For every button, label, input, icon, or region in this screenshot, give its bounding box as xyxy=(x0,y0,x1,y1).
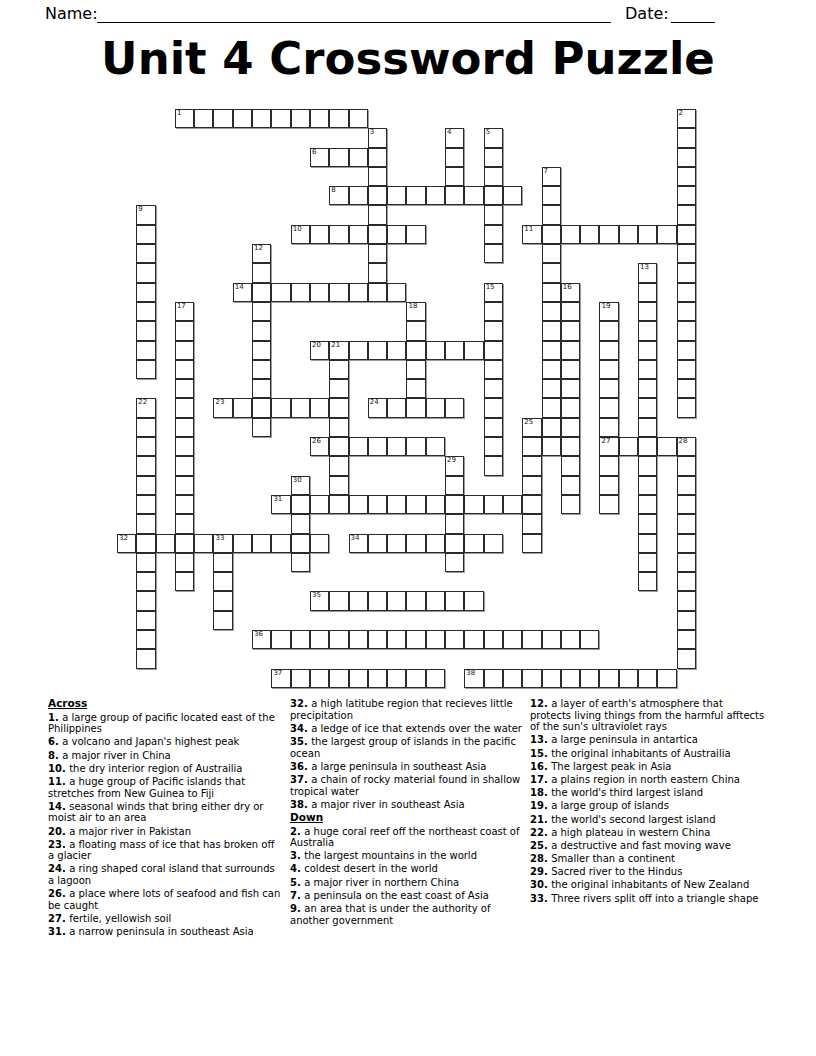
grid-cell[interactable] xyxy=(310,669,329,688)
grid-cell[interactable] xyxy=(291,630,310,649)
grid-cell[interactable] xyxy=(349,591,368,610)
grid-cell[interactable] xyxy=(522,495,541,514)
grid-cell[interactable] xyxy=(677,341,696,360)
grid-cell[interactable] xyxy=(387,495,406,514)
grid-cell[interactable] xyxy=(580,630,599,649)
grid-cell[interactable] xyxy=(387,225,406,244)
grid-cell[interactable] xyxy=(638,456,657,475)
grid-cell[interactable] xyxy=(175,534,194,553)
grid-cell[interactable] xyxy=(677,534,696,553)
grid-cell[interactable] xyxy=(291,534,310,553)
grid-cell[interactable] xyxy=(561,437,580,456)
grid-cell[interactable] xyxy=(445,514,464,533)
grid-cell[interactable] xyxy=(310,225,329,244)
grid-cell[interactable] xyxy=(677,167,696,186)
grid-cell[interactable] xyxy=(349,148,368,167)
grid-cell[interactable] xyxy=(657,669,676,688)
grid-cell[interactable] xyxy=(580,225,599,244)
grid-cell[interactable] xyxy=(638,495,657,514)
grid-cell[interactable] xyxy=(542,437,561,456)
grid-cell[interactable]: 18 xyxy=(406,302,425,321)
grid-cell[interactable] xyxy=(136,437,155,456)
grid-cell[interactable] xyxy=(426,630,445,649)
grid-cell[interactable] xyxy=(426,398,445,417)
grid-cell[interactable] xyxy=(252,360,271,379)
grid-cell[interactable] xyxy=(542,341,561,360)
grid-cell[interactable] xyxy=(638,341,657,360)
grid-cell[interactable]: 14 xyxy=(233,283,252,302)
grid-cell[interactable] xyxy=(561,379,580,398)
grid-cell[interactable] xyxy=(387,437,406,456)
grid-cell[interactable] xyxy=(136,476,155,495)
grid-cell[interactable] xyxy=(291,109,310,128)
grid-cell[interactable] xyxy=(271,630,290,649)
grid-cell[interactable] xyxy=(175,321,194,340)
grid-cell[interactable] xyxy=(310,495,329,514)
grid-cell[interactable] xyxy=(387,591,406,610)
grid-cell[interactable] xyxy=(638,418,657,437)
grid-cell[interactable] xyxy=(175,572,194,591)
grid-cell[interactable] xyxy=(638,398,657,417)
grid-cell[interactable] xyxy=(599,669,618,688)
grid-cell[interactable] xyxy=(368,148,387,167)
grid-cell[interactable] xyxy=(426,669,445,688)
grid-cell[interactable] xyxy=(252,263,271,282)
grid-cell[interactable] xyxy=(542,244,561,263)
grid-cell[interactable] xyxy=(291,553,310,572)
grid-cell[interactable] xyxy=(445,630,464,649)
grid-cell[interactable]: 32 xyxy=(117,534,136,553)
grid-cell[interactable] xyxy=(136,360,155,379)
grid-cell[interactable] xyxy=(677,148,696,167)
grid-cell[interactable]: 21 xyxy=(329,341,348,360)
grid-cell[interactable]: 4 xyxy=(445,128,464,147)
grid-cell[interactable] xyxy=(677,321,696,340)
grid-cell[interactable]: 13 xyxy=(638,263,657,282)
grid-cell[interactable] xyxy=(638,283,657,302)
grid-cell[interactable] xyxy=(638,514,657,533)
grid-cell[interactable] xyxy=(445,476,464,495)
grid-cell[interactable] xyxy=(136,302,155,321)
grid-cell[interactable] xyxy=(677,398,696,417)
grid-cell[interactable] xyxy=(561,418,580,437)
grid-cell[interactable] xyxy=(252,321,271,340)
grid-cell[interactable] xyxy=(213,611,232,630)
grid-cell[interactable] xyxy=(677,263,696,282)
grid-cell[interactable] xyxy=(329,669,348,688)
grid-cell[interactable]: 6 xyxy=(310,148,329,167)
grid-cell[interactable] xyxy=(677,283,696,302)
grid-cell[interactable] xyxy=(406,591,425,610)
grid-cell[interactable] xyxy=(349,495,368,514)
grid-cell[interactable] xyxy=(368,225,387,244)
grid-cell[interactable] xyxy=(368,263,387,282)
grid-cell[interactable] xyxy=(329,418,348,437)
grid-cell[interactable] xyxy=(522,534,541,553)
grid-cell[interactable] xyxy=(175,514,194,533)
grid-cell[interactable] xyxy=(175,341,194,360)
grid-cell[interactable]: 7 xyxy=(542,167,561,186)
grid-cell[interactable] xyxy=(175,553,194,572)
grid-cell[interactable] xyxy=(445,341,464,360)
grid-cell[interactable] xyxy=(136,534,155,553)
grid-cell[interactable] xyxy=(406,225,425,244)
grid-cell[interactable] xyxy=(329,109,348,128)
grid-cell[interactable] xyxy=(445,495,464,514)
grid-cell[interactable] xyxy=(484,321,503,340)
grid-cell[interactable] xyxy=(252,534,271,553)
grid-cell[interactable] xyxy=(561,669,580,688)
grid-cell[interactable]: 34 xyxy=(349,534,368,553)
grid-cell[interactable] xyxy=(464,186,483,205)
grid-cell[interactable]: 8 xyxy=(329,186,348,205)
grid-cell[interactable] xyxy=(387,398,406,417)
grid-cell[interactable]: 2 xyxy=(677,109,696,128)
grid-cell[interactable] xyxy=(677,379,696,398)
grid-cell[interactable]: 20 xyxy=(310,341,329,360)
grid-cell[interactable] xyxy=(136,341,155,360)
grid-cell[interactable] xyxy=(445,398,464,417)
grid-cell[interactable] xyxy=(349,109,368,128)
grid-cell[interactable] xyxy=(175,456,194,475)
grid-cell[interactable]: 23 xyxy=(213,398,232,417)
grid-cell[interactable] xyxy=(542,321,561,340)
grid-cell[interactable] xyxy=(638,225,657,244)
grid-cell[interactable] xyxy=(329,591,348,610)
grid-cell[interactable] xyxy=(677,302,696,321)
grid-cell[interactable] xyxy=(445,553,464,572)
grid-cell[interactable] xyxy=(349,437,368,456)
grid-cell[interactable]: 12 xyxy=(252,244,271,263)
grid-cell[interactable] xyxy=(136,514,155,533)
grid-cell[interactable] xyxy=(561,630,580,649)
grid-cell[interactable] xyxy=(426,437,445,456)
grid-cell[interactable] xyxy=(310,630,329,649)
grid-cell[interactable] xyxy=(291,398,310,417)
grid-cell[interactable] xyxy=(310,283,329,302)
grid-cell[interactable] xyxy=(136,630,155,649)
grid-cell[interactable] xyxy=(638,669,657,688)
grid-cell[interactable] xyxy=(503,630,522,649)
grid-cell[interactable] xyxy=(503,186,522,205)
grid-cell[interactable] xyxy=(464,630,483,649)
grid-cell[interactable] xyxy=(677,495,696,514)
grid-cell[interactable]: 30 xyxy=(291,476,310,495)
grid-cell[interactable] xyxy=(677,514,696,533)
grid-cell[interactable] xyxy=(677,456,696,475)
grid-cell[interactable] xyxy=(136,418,155,437)
grid-cell[interactable] xyxy=(252,398,271,417)
grid-cell[interactable] xyxy=(426,495,445,514)
grid-cell[interactable] xyxy=(329,360,348,379)
grid-cell[interactable] xyxy=(271,398,290,417)
grid-cell[interactable] xyxy=(445,186,464,205)
grid-cell[interactable] xyxy=(329,398,348,417)
grid-cell[interactable] xyxy=(542,379,561,398)
grid-cell[interactable] xyxy=(445,167,464,186)
grid-cell[interactable] xyxy=(329,148,348,167)
grid-cell[interactable] xyxy=(638,534,657,553)
grid-cell[interactable] xyxy=(599,225,618,244)
grid-cell[interactable] xyxy=(175,418,194,437)
grid-cell[interactable] xyxy=(175,437,194,456)
grid-cell[interactable] xyxy=(368,630,387,649)
grid-cell[interactable]: 22 xyxy=(136,398,155,417)
grid-cell[interactable] xyxy=(136,321,155,340)
grid-cell[interactable] xyxy=(368,669,387,688)
grid-cell[interactable]: 10 xyxy=(291,225,310,244)
grid-cell[interactable] xyxy=(657,225,676,244)
grid-cell[interactable] xyxy=(349,341,368,360)
grid-cell[interactable] xyxy=(213,572,232,591)
grid-cell[interactable] xyxy=(406,360,425,379)
grid-cell[interactable] xyxy=(406,630,425,649)
grid-cell[interactable] xyxy=(484,495,503,514)
grid-cell[interactable] xyxy=(484,456,503,475)
grid-cell[interactable] xyxy=(677,611,696,630)
grid-cell[interactable] xyxy=(368,244,387,263)
grid-cell[interactable] xyxy=(136,553,155,572)
grid-cell[interactable] xyxy=(175,398,194,417)
grid-cell[interactable] xyxy=(194,109,213,128)
grid-cell[interactable] xyxy=(484,630,503,649)
grid-cell[interactable] xyxy=(175,360,194,379)
grid-cell[interactable] xyxy=(580,669,599,688)
grid-cell[interactable] xyxy=(561,398,580,417)
grid-cell[interactable] xyxy=(638,360,657,379)
grid-cell[interactable] xyxy=(406,186,425,205)
grid-cell[interactable] xyxy=(271,109,290,128)
grid-cell[interactable] xyxy=(677,591,696,610)
grid-cell[interactable] xyxy=(657,437,676,456)
grid-cell[interactable]: 11 xyxy=(522,225,541,244)
grid-cell[interactable] xyxy=(677,572,696,591)
grid-cell[interactable] xyxy=(542,186,561,205)
grid-cell[interactable] xyxy=(175,476,194,495)
grid-cell[interactable] xyxy=(599,476,618,495)
grid-cell[interactable] xyxy=(599,398,618,417)
grid-cell[interactable] xyxy=(349,225,368,244)
grid-cell[interactable]: 24 xyxy=(368,398,387,417)
grid-cell[interactable]: 33 xyxy=(213,534,232,553)
grid-cell[interactable] xyxy=(136,495,155,514)
grid-cell[interactable]: 1 xyxy=(175,109,194,128)
grid-cell[interactable] xyxy=(561,456,580,475)
grid-cell[interactable] xyxy=(406,495,425,514)
name-blank-line[interactable] xyxy=(97,4,611,23)
grid-cell[interactable] xyxy=(213,591,232,610)
grid-cell[interactable] xyxy=(233,109,252,128)
grid-cell[interactable] xyxy=(638,437,657,456)
grid-cell[interactable] xyxy=(349,186,368,205)
grid-cell[interactable] xyxy=(542,283,561,302)
grid-cell[interactable] xyxy=(484,437,503,456)
grid-cell[interactable] xyxy=(136,225,155,244)
grid-cell[interactable] xyxy=(561,360,580,379)
grid-cell[interactable] xyxy=(136,283,155,302)
grid-cell[interactable] xyxy=(677,553,696,572)
grid-cell[interactable] xyxy=(599,495,618,514)
grid-cell[interactable] xyxy=(349,283,368,302)
grid-cell[interactable] xyxy=(329,456,348,475)
grid-cell[interactable] xyxy=(271,534,290,553)
grid-cell[interactable] xyxy=(561,476,580,495)
grid-cell[interactable] xyxy=(387,669,406,688)
grid-cell[interactable] xyxy=(542,669,561,688)
grid-cell[interactable] xyxy=(426,341,445,360)
grid-cell[interactable] xyxy=(387,630,406,649)
grid-cell[interactable] xyxy=(619,669,638,688)
grid-cell[interactable] xyxy=(291,495,310,514)
grid-cell[interactable] xyxy=(561,225,580,244)
grid-cell[interactable] xyxy=(136,244,155,263)
grid-cell[interactable] xyxy=(484,302,503,321)
grid-cell[interactable] xyxy=(368,437,387,456)
grid-cell[interactable]: 19 xyxy=(599,302,618,321)
grid-cell[interactable] xyxy=(677,244,696,263)
grid-cell[interactable] xyxy=(310,534,329,553)
grid-cell[interactable] xyxy=(638,321,657,340)
grid-cell[interactable] xyxy=(136,611,155,630)
grid-cell[interactable] xyxy=(445,591,464,610)
grid-cell[interactable] xyxy=(677,128,696,147)
grid-cell[interactable] xyxy=(329,630,348,649)
grid-cell[interactable] xyxy=(464,591,483,610)
grid-cell[interactable] xyxy=(677,186,696,205)
grid-cell[interactable] xyxy=(252,109,271,128)
grid-cell[interactable] xyxy=(484,418,503,437)
grid-cell[interactable] xyxy=(387,283,406,302)
grid-cell[interactable]: 5 xyxy=(484,128,503,147)
grid-cell[interactable] xyxy=(677,225,696,244)
grid-cell[interactable]: 27 xyxy=(599,437,618,456)
grid-cell[interactable] xyxy=(599,341,618,360)
grid-cell[interactable] xyxy=(638,379,657,398)
grid-cell[interactable] xyxy=(252,379,271,398)
grid-cell[interactable]: 9 xyxy=(136,205,155,224)
grid-cell[interactable] xyxy=(426,186,445,205)
grid-cell[interactable] xyxy=(677,360,696,379)
grid-cell[interactable] xyxy=(484,225,503,244)
grid-cell[interactable] xyxy=(252,302,271,321)
grid-cell[interactable]: 38 xyxy=(464,669,483,688)
grid-cell[interactable]: 35 xyxy=(310,591,329,610)
grid-cell[interactable] xyxy=(484,669,503,688)
grid-cell[interactable] xyxy=(599,456,618,475)
grid-cell[interactable] xyxy=(484,244,503,263)
grid-cell[interactable] xyxy=(599,418,618,437)
grid-cell[interactable] xyxy=(484,360,503,379)
grid-cell[interactable] xyxy=(542,360,561,379)
grid-cell[interactable] xyxy=(329,283,348,302)
grid-cell[interactable] xyxy=(522,669,541,688)
grid-cell[interactable] xyxy=(368,205,387,224)
grid-cell[interactable] xyxy=(194,534,213,553)
grid-cell[interactable] xyxy=(561,321,580,340)
grid-cell[interactable] xyxy=(484,167,503,186)
grid-cell[interactable] xyxy=(426,534,445,553)
grid-cell[interactable] xyxy=(464,495,483,514)
grid-cell[interactable] xyxy=(542,263,561,282)
grid-cell[interactable] xyxy=(522,456,541,475)
grid-cell[interactable] xyxy=(368,186,387,205)
grid-cell[interactable]: 25 xyxy=(522,418,541,437)
grid-cell[interactable] xyxy=(175,379,194,398)
grid-cell[interactable] xyxy=(503,669,522,688)
grid-cell[interactable]: 3 xyxy=(368,128,387,147)
grid-cell[interactable] xyxy=(561,495,580,514)
grid-cell[interactable] xyxy=(252,418,271,437)
grid-cell[interactable]: 29 xyxy=(445,456,464,475)
grid-cell[interactable] xyxy=(599,379,618,398)
grid-cell[interactable] xyxy=(426,591,445,610)
grid-cell[interactable] xyxy=(522,514,541,533)
grid-cell[interactable] xyxy=(136,649,155,668)
grid-cell[interactable] xyxy=(252,283,271,302)
grid-cell[interactable] xyxy=(136,572,155,591)
grid-cell[interactable] xyxy=(503,495,522,514)
grid-cell[interactable] xyxy=(542,630,561,649)
date-blank-line[interactable] xyxy=(671,4,715,23)
grid-cell[interactable]: 15 xyxy=(484,283,503,302)
grid-cell[interactable] xyxy=(542,398,561,417)
grid-cell[interactable] xyxy=(638,553,657,572)
grid-cell[interactable] xyxy=(522,630,541,649)
grid-cell[interactable] xyxy=(561,302,580,321)
grid-cell[interactable] xyxy=(310,398,329,417)
grid-cell[interactable] xyxy=(406,398,425,417)
grid-cell[interactable] xyxy=(368,341,387,360)
grid-cell[interactable] xyxy=(677,476,696,495)
grid-cell[interactable] xyxy=(445,534,464,553)
grid-cell[interactable] xyxy=(252,341,271,360)
grid-cell[interactable]: 16 xyxy=(561,283,580,302)
grid-cell[interactable] xyxy=(484,148,503,167)
grid-cell[interactable] xyxy=(329,476,348,495)
grid-cell[interactable] xyxy=(310,109,329,128)
grid-cell[interactable] xyxy=(677,649,696,668)
grid-cell[interactable] xyxy=(619,437,638,456)
grid-cell[interactable] xyxy=(522,476,541,495)
grid-cell[interactable] xyxy=(542,205,561,224)
grid-cell[interactable] xyxy=(329,495,348,514)
grid-cell[interactable] xyxy=(271,283,290,302)
grid-cell[interactable] xyxy=(291,514,310,533)
grid-cell[interactable] xyxy=(233,534,252,553)
grid-cell[interactable] xyxy=(484,341,503,360)
grid-cell[interactable] xyxy=(387,341,406,360)
grid-cell[interactable] xyxy=(599,360,618,379)
grid-cell[interactable] xyxy=(464,341,483,360)
grid-cell[interactable] xyxy=(406,341,425,360)
grid-cell[interactable] xyxy=(329,379,348,398)
grid-cell[interactable]: 36 xyxy=(252,630,271,649)
grid-cell[interactable]: 31 xyxy=(271,495,290,514)
grid-cell[interactable] xyxy=(542,302,561,321)
grid-cell[interactable] xyxy=(213,109,232,128)
grid-cell[interactable] xyxy=(136,456,155,475)
grid-cell[interactable]: 26 xyxy=(310,437,329,456)
grid-cell[interactable]: 17 xyxy=(175,302,194,321)
grid-cell[interactable] xyxy=(136,263,155,282)
grid-cell[interactable] xyxy=(156,534,175,553)
grid-cell[interactable] xyxy=(136,591,155,610)
grid-cell[interactable] xyxy=(233,398,252,417)
grid-cell[interactable]: 28 xyxy=(677,437,696,456)
grid-cell[interactable] xyxy=(406,321,425,340)
grid-cell[interactable] xyxy=(619,225,638,244)
grid-cell[interactable] xyxy=(368,283,387,302)
